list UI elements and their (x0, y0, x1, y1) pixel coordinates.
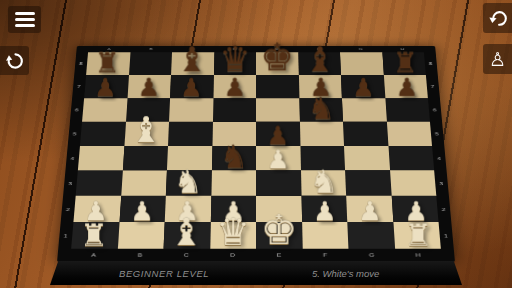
chess-app-window: ♜♝♛♚♝♜♟♟♟♟♟♟♟♞♝♟♞♟♞♞♟♟♟♟♟♟♟♜♝♛♚♜ AABBCCD… (0, 0, 512, 288)
square-g1[interactable] (347, 222, 394, 249)
rank-label-right-2: 2 (441, 207, 446, 211)
file-label-c: C (184, 252, 190, 257)
rank-label-right-6: 6 (433, 108, 437, 112)
square-h8[interactable]: ♜ (382, 52, 426, 75)
square-d3[interactable] (211, 171, 256, 196)
square-e8[interactable]: ♚ (256, 52, 298, 75)
square-f1[interactable] (302, 222, 349, 249)
square-h6[interactable] (385, 98, 430, 122)
rank-label-left-4: 4 (70, 156, 75, 160)
piece-white-knight-c3[interactable]: ♞ (174, 166, 203, 198)
file-label-f: F (323, 252, 328, 257)
square-b4[interactable] (122, 146, 168, 171)
square-f2[interactable]: ♟ (301, 196, 347, 222)
square-c3[interactable]: ♞ (166, 171, 212, 196)
square-c7[interactable]: ♟ (170, 75, 213, 98)
square-g2[interactable]: ♟ (346, 196, 393, 222)
piece-white-bishop-c1[interactable]: ♝ (170, 213, 204, 251)
undo-move-button[interactable] (483, 3, 512, 33)
square-e5[interactable]: ♟ (256, 122, 300, 146)
square-d8[interactable]: ♛ (214, 52, 256, 75)
square-a7[interactable]: ♟ (84, 75, 128, 98)
square-b7[interactable]: ♟ (127, 75, 171, 98)
square-g3[interactable] (345, 171, 391, 196)
rotate-board-button[interactable] (0, 46, 29, 75)
square-g5[interactable] (343, 122, 388, 146)
move-status-label: 5. White's move (312, 268, 379, 279)
square-g6[interactable] (342, 98, 386, 122)
file-label-h: H (415, 252, 421, 257)
rank-label-left-3: 3 (68, 181, 73, 185)
board-squares: ♜♝♛♚♝♜♟♟♟♟♟♟♟♞♝♟♞♟♞♞♟♟♟♟♟♟♟♜♝♛♚♜ (71, 52, 441, 248)
piece-black-knight-d4[interactable]: ♞ (220, 141, 248, 173)
rank-label-right-1: 1 (444, 233, 449, 238)
piece-white-rook-h1[interactable]: ♜ (404, 220, 432, 251)
file-label-g: G (369, 252, 375, 257)
file-label-d: D (230, 252, 236, 257)
square-g4[interactable] (344, 146, 390, 171)
square-e6[interactable] (256, 98, 299, 122)
file-label-b: B (137, 252, 142, 257)
rank-label-right-7: 7 (431, 84, 435, 88)
piece-side-button[interactable]: ♙ (483, 44, 512, 74)
rank-label-right-8: 8 (429, 62, 433, 66)
piece-white-pawn-e4[interactable]: ♟ (267, 147, 290, 173)
piece-white-knight-f3[interactable]: ♞ (309, 166, 338, 198)
file-label-top-g: G (358, 47, 363, 50)
square-h7[interactable]: ♟ (383, 75, 427, 98)
piece-black-pawn-a7[interactable]: ♟ (94, 75, 116, 100)
square-g8[interactable] (340, 52, 383, 75)
piece-black-pawn-b7[interactable]: ♟ (137, 75, 159, 100)
square-e7[interactable] (256, 75, 299, 98)
square-b1[interactable] (117, 222, 164, 249)
square-f6[interactable]: ♞ (299, 98, 343, 122)
file-label-a: A (91, 252, 97, 257)
square-a4[interactable] (78, 146, 124, 171)
piece-white-king-e1[interactable]: ♚ (261, 210, 298, 251)
piece-white-bishop-b5[interactable]: ♝ (130, 112, 162, 148)
square-h4[interactable] (388, 146, 434, 171)
square-c1[interactable]: ♝ (164, 222, 211, 249)
file-label-top-f: F (317, 47, 321, 50)
piece-white-rook-a1[interactable]: ♜ (80, 220, 108, 251)
square-h3[interactable] (390, 171, 437, 196)
square-a3[interactable] (76, 171, 123, 196)
file-label-e: E (277, 252, 282, 257)
chess-board: ♜♝♛♚♝♜♟♟♟♟♟♟♟♞♝♟♞♟♞♞♟♟♟♟♟♟♟♜♝♛♚♜ AABBCCD… (57, 46, 455, 262)
rank-label-right-5: 5 (435, 132, 440, 136)
board-front-edge: BEGINNER LEVEL 5. White's move (50, 261, 462, 285)
square-b8[interactable] (129, 52, 172, 75)
rank-label-right-4: 4 (437, 156, 442, 160)
square-a5[interactable] (80, 122, 126, 146)
square-c8[interactable]: ♝ (171, 52, 214, 75)
piece-black-pawn-d7[interactable]: ♟ (223, 75, 245, 100)
file-label-top-e: E (275, 47, 279, 50)
square-g7[interactable]: ♟ (341, 75, 385, 98)
piece-black-king-e8[interactable]: ♚ (260, 39, 294, 76)
rotate-counterclockwise-icon (4, 50, 26, 72)
square-e4[interactable]: ♟ (256, 146, 301, 171)
piece-white-queen-d1[interactable]: ♛ (216, 213, 250, 251)
menu-icon (15, 12, 35, 15)
rank-label-right-3: 3 (439, 181, 444, 185)
rank-label-left-5: 5 (73, 132, 78, 136)
file-label-top-h: H (400, 47, 405, 50)
file-label-top-c: C (191, 47, 195, 50)
square-d7[interactable]: ♟ (213, 75, 256, 98)
file-label-top-b: B (149, 47, 153, 50)
square-a1[interactable]: ♜ (71, 222, 119, 249)
piece-white-pawn-g2[interactable]: ♟ (358, 197, 382, 224)
pawn-icon: ♙ (489, 50, 506, 69)
menu-button[interactable] (8, 6, 41, 33)
piece-black-pawn-h7[interactable]: ♟ (395, 75, 417, 100)
square-h5[interactable] (386, 122, 432, 146)
square-b5[interactable]: ♝ (124, 122, 169, 146)
piece-black-pawn-g7[interactable]: ♟ (352, 75, 374, 100)
square-f3[interactable]: ♞ (301, 171, 347, 196)
piece-black-pawn-c7[interactable]: ♟ (180, 75, 202, 100)
rank-label-left-6: 6 (75, 108, 79, 112)
square-c5[interactable] (168, 122, 213, 146)
piece-white-pawn-b2[interactable]: ♟ (130, 197, 154, 224)
square-c6[interactable] (169, 98, 213, 122)
square-b3[interactable] (121, 171, 167, 196)
square-e1[interactable]: ♚ (256, 222, 302, 249)
file-label-top-a: A (107, 47, 111, 50)
undo-icon (487, 7, 509, 29)
square-d1[interactable]: ♛ (210, 222, 256, 249)
square-a8[interactable]: ♜ (86, 52, 130, 75)
square-b2[interactable]: ♟ (119, 196, 166, 222)
square-f8[interactable]: ♝ (298, 52, 341, 75)
piece-white-pawn-f2[interactable]: ♟ (313, 197, 337, 224)
square-f5[interactable] (299, 122, 344, 146)
piece-black-knight-f6[interactable]: ♞ (307, 92, 335, 123)
rank-label-left-1: 1 (63, 233, 68, 238)
board-scene: ♜♝♛♚♝♜♟♟♟♟♟♟♟♞♝♟♞♟♞♞♟♟♟♟♟♟♟♜♝♛♚♜ AABBCCD… (57, 46, 455, 262)
square-a6[interactable] (82, 98, 127, 122)
rank-label-left-2: 2 (66, 207, 71, 211)
square-d6[interactable] (213, 98, 256, 122)
square-h1[interactable]: ♜ (393, 222, 441, 249)
square-e3[interactable] (256, 171, 301, 196)
difficulty-level-label: BEGINNER LEVEL (119, 268, 209, 279)
square-d4[interactable]: ♞ (211, 146, 256, 171)
rank-label-left-7: 7 (77, 84, 81, 88)
rank-label-left-8: 8 (79, 62, 83, 66)
file-label-top-d: D (233, 47, 237, 50)
